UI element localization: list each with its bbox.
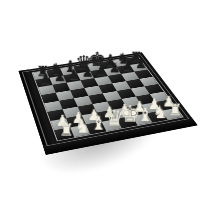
product-photo-scene: ♜♞♝♛♚♝♞♜♟♟♟♟♟♟♟♟♟♟♟♟♟♟♟♟♜♞♝♛♚♝♞♜ xyxy=(0,0,200,200)
black-pawn[interactable]: ♟ xyxy=(95,64,107,77)
black-pawn[interactable]: ♟ xyxy=(53,71,65,84)
black-pawn[interactable]: ♟ xyxy=(108,62,120,74)
black-pawn[interactable]: ♟ xyxy=(81,66,93,79)
white-rook[interactable]: ♜ xyxy=(58,122,73,138)
white-knight[interactable]: ♞ xyxy=(74,118,90,135)
square-a1[interactable]: ♜ xyxy=(54,127,74,140)
black-pawn[interactable]: ♟ xyxy=(39,73,51,86)
white-rook[interactable]: ♜ xyxy=(167,102,181,117)
white-knight[interactable]: ♞ xyxy=(152,104,167,120)
black-pawn[interactable]: ♟ xyxy=(67,68,79,81)
black-pawn[interactable]: ♟ xyxy=(122,60,134,72)
black-pawn[interactable]: ♟ xyxy=(135,58,147,70)
white-bishop[interactable]: ♝ xyxy=(90,114,107,132)
